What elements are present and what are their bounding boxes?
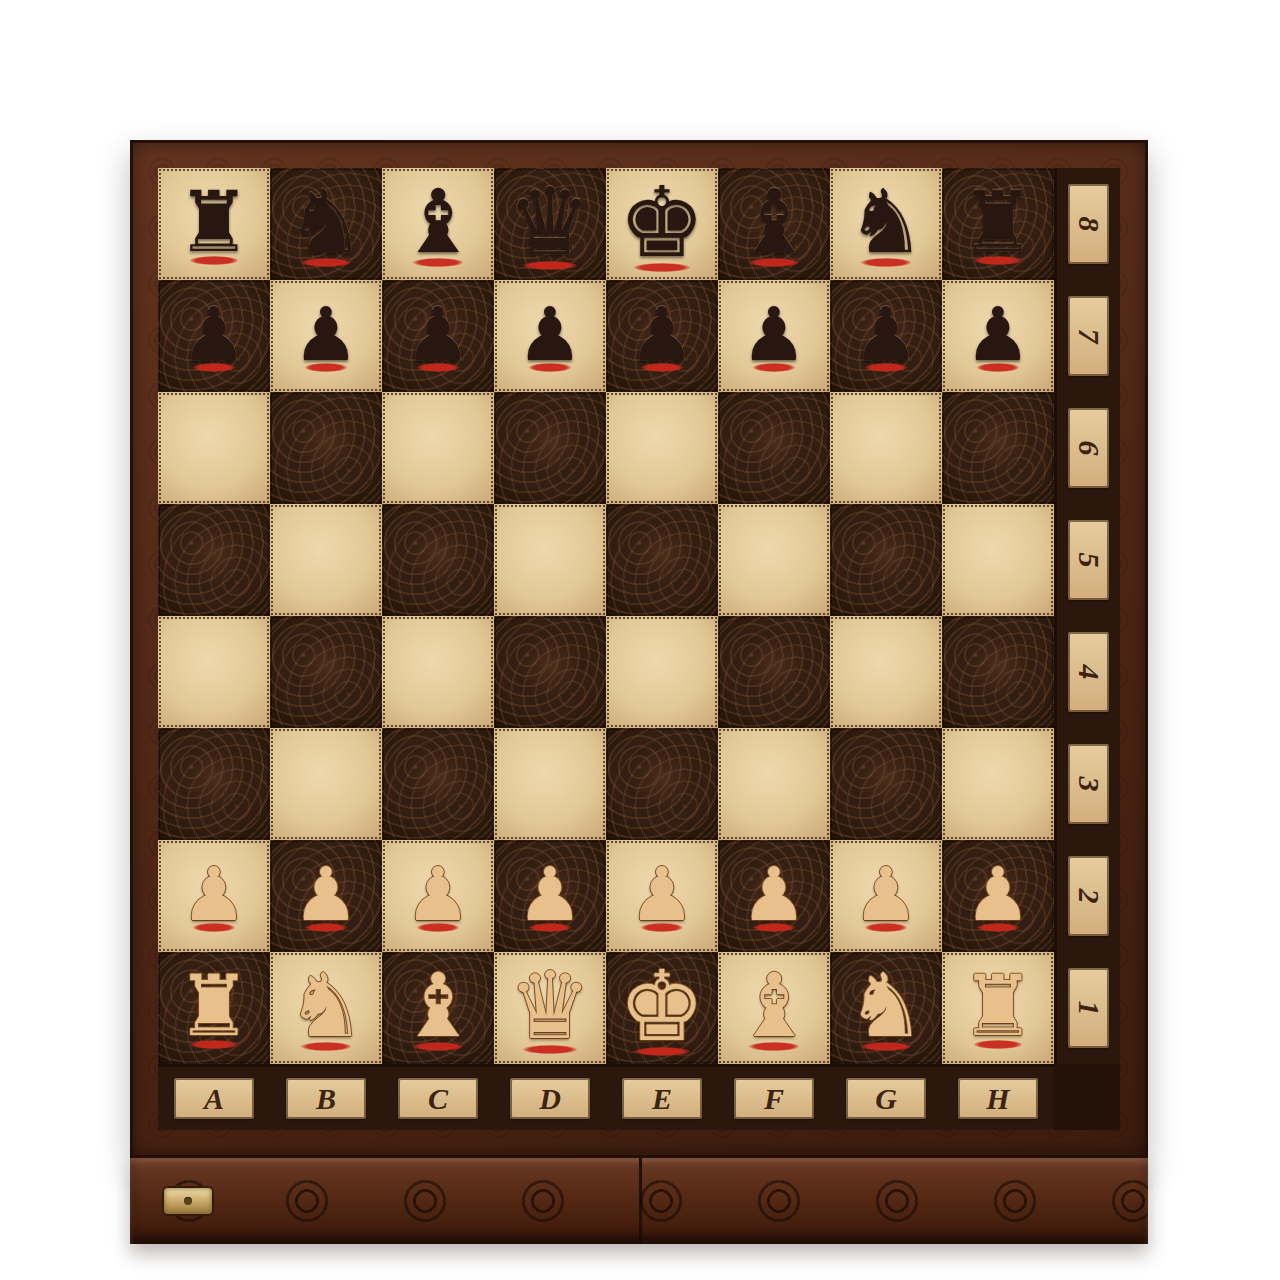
file-label-tile: C [398, 1078, 479, 1118]
square-h2[interactable]: ♟ [942, 840, 1054, 952]
square-c3[interactable] [382, 728, 494, 840]
piece-white-pawn[interactable]: ♟ [405, 857, 471, 931]
file-label-d: D [494, 1067, 606, 1130]
piece-white-knight[interactable]: ♞ [287, 962, 366, 1050]
rank-label-5: 5 [1057, 504, 1120, 616]
square-b8[interactable]: ♞ [270, 168, 382, 280]
square-g6[interactable] [830, 392, 942, 504]
piece-white-rook[interactable]: ♜ [960, 964, 1035, 1048]
square-g1[interactable]: ♞ [830, 952, 942, 1064]
square-d3[interactable] [494, 728, 606, 840]
piece-white-knight[interactable]: ♞ [847, 962, 926, 1050]
file-label-g: G [830, 1067, 942, 1130]
square-b6[interactable] [270, 392, 382, 504]
rank-label-7: 7 [1057, 280, 1120, 392]
rank-label-tile: 4 [1068, 632, 1108, 713]
square-g3[interactable] [830, 728, 942, 840]
square-e4[interactable] [606, 616, 718, 728]
file-label-f: F [718, 1067, 830, 1130]
rank-label-tile: 1 [1068, 968, 1108, 1049]
square-h5[interactable] [942, 504, 1054, 616]
square-c8[interactable]: ♝ [382, 168, 494, 280]
piece-black-rook[interactable]: ♜ [960, 180, 1035, 264]
file-label-tile: E [622, 1078, 703, 1118]
piece-white-pawn[interactable]: ♟ [517, 857, 583, 931]
file-label-tile: B [286, 1078, 367, 1118]
square-f7[interactable]: ♟ [718, 280, 830, 392]
square-d1[interactable]: ♛ [494, 952, 606, 1064]
square-e3[interactable] [606, 728, 718, 840]
piece-black-pawn[interactable]: ♟ [181, 297, 247, 371]
photo-canvas: ♜♞♝♛♚♝♞♜♟♟♟♟♟♟♟♟♟♟♟♟♟♟♟♟♜♞♝♛♚♝♞♜ 8765432… [0, 0, 1280, 1280]
rank-label-tile: 6 [1068, 408, 1108, 489]
piece-black-queen[interactable]: ♛ [508, 176, 591, 269]
square-h1[interactable]: ♜ [942, 952, 1054, 1064]
square-b7[interactable]: ♟ [270, 280, 382, 392]
piece-white-pawn[interactable]: ♟ [853, 857, 919, 931]
square-a7[interactable]: ♟ [158, 280, 270, 392]
square-f4[interactable] [718, 616, 830, 728]
square-b5[interactable] [270, 504, 382, 616]
chess-board: ♜♞♝♛♚♝♞♜♟♟♟♟♟♟♟♟♟♟♟♟♟♟♟♟♜♞♝♛♚♝♞♜ 8765432… [130, 140, 1148, 1158]
piece-black-king[interactable]: ♚ [619, 174, 706, 271]
piece-white-pawn[interactable]: ♟ [181, 857, 247, 931]
fold-seam [639, 1158, 642, 1244]
piece-black-bishop[interactable]: ♝ [399, 178, 478, 266]
square-h6[interactable] [942, 392, 1054, 504]
rank-label-2: 2 [1057, 840, 1120, 952]
piece-black-knight[interactable]: ♞ [847, 178, 926, 266]
square-h8[interactable]: ♜ [942, 168, 1054, 280]
piece-black-pawn[interactable]: ♟ [629, 297, 695, 371]
piece-black-pawn[interactable]: ♟ [517, 297, 583, 371]
square-d8[interactable]: ♛ [494, 168, 606, 280]
file-label-tile: F [734, 1078, 815, 1118]
rank-label-tile: 2 [1068, 856, 1108, 937]
square-c2[interactable]: ♟ [382, 840, 494, 952]
square-h4[interactable] [942, 616, 1054, 728]
piece-white-pawn[interactable]: ♟ [293, 857, 359, 931]
square-a5[interactable] [158, 504, 270, 616]
file-label-b: B [270, 1067, 382, 1130]
square-d6[interactable] [494, 392, 606, 504]
file-labels-band: ABCDEFGH [158, 1064, 1054, 1130]
board-inner: ♜♞♝♛♚♝♞♜♟♟♟♟♟♟♟♟♟♟♟♟♟♟♟♟♜♞♝♛♚♝♞♜ 8765432… [158, 168, 1120, 1130]
square-a6[interactable] [158, 392, 270, 504]
square-a4[interactable] [158, 616, 270, 728]
square-f3[interactable] [718, 728, 830, 840]
square-c4[interactable] [382, 616, 494, 728]
piece-black-pawn[interactable]: ♟ [293, 297, 359, 371]
square-g7[interactable]: ♟ [830, 280, 942, 392]
square-h7[interactable]: ♟ [942, 280, 1054, 392]
rank-label-tile: 8 [1068, 184, 1108, 265]
rank-labels-band: 87654321 [1054, 168, 1120, 1064]
square-d4[interactable] [494, 616, 606, 728]
square-e5[interactable] [606, 504, 718, 616]
square-a8[interactable]: ♜ [158, 168, 270, 280]
brass-clasp-icon [164, 1188, 212, 1214]
square-g2[interactable]: ♟ [830, 840, 942, 952]
piece-black-knight[interactable]: ♞ [287, 178, 366, 266]
board-squares: ♜♞♝♛♚♝♞♜♟♟♟♟♟♟♟♟♟♟♟♟♟♟♟♟♜♞♝♛♚♝♞♜ [158, 168, 1054, 1064]
file-label-tile: A [174, 1078, 255, 1118]
file-label-tile: H [958, 1078, 1039, 1118]
piece-white-pawn[interactable]: ♟ [629, 857, 695, 931]
square-c5[interactable] [382, 504, 494, 616]
square-f1[interactable]: ♝ [718, 952, 830, 1064]
rank-label-tile: 7 [1068, 296, 1108, 377]
rank-label-8: 8 [1057, 168, 1120, 280]
square-b1[interactable]: ♞ [270, 952, 382, 1064]
square-d2[interactable]: ♟ [494, 840, 606, 952]
square-c1[interactable]: ♝ [382, 952, 494, 1064]
square-e1[interactable]: ♚ [606, 952, 718, 1064]
piece-white-bishop[interactable]: ♝ [735, 962, 814, 1050]
square-e7[interactable]: ♟ [606, 280, 718, 392]
rank-label-tile: 5 [1068, 520, 1108, 601]
square-c7[interactable]: ♟ [382, 280, 494, 392]
piece-black-pawn[interactable]: ♟ [405, 297, 471, 371]
square-b4[interactable] [270, 616, 382, 728]
square-f8[interactable]: ♝ [718, 168, 830, 280]
rank-label-4: 4 [1057, 616, 1120, 728]
rank-label-3: 3 [1057, 728, 1120, 840]
square-f2[interactable]: ♟ [718, 840, 830, 952]
file-label-a: A [158, 1067, 270, 1130]
file-label-c: C [382, 1067, 494, 1130]
piece-white-pawn[interactable]: ♟ [741, 857, 807, 931]
piece-black-bishop[interactable]: ♝ [735, 178, 814, 266]
rank-label-tile: 3 [1068, 744, 1108, 825]
square-d7[interactable]: ♟ [494, 280, 606, 392]
piece-white-rook[interactable]: ♜ [176, 964, 251, 1048]
square-e8[interactable]: ♚ [606, 168, 718, 280]
piece-white-pawn[interactable]: ♟ [965, 857, 1031, 931]
file-label-h: H [942, 1067, 1054, 1130]
file-label-tile: D [510, 1078, 591, 1118]
rank-label-6: 6 [1057, 392, 1120, 504]
square-e2[interactable]: ♟ [606, 840, 718, 952]
piece-white-king[interactable]: ♚ [619, 958, 706, 1055]
rank-label-1: 1 [1057, 952, 1120, 1064]
piece-black-pawn[interactable]: ♟ [741, 297, 807, 371]
square-b3[interactable] [270, 728, 382, 840]
square-b2[interactable]: ♟ [270, 840, 382, 952]
piece-black-pawn[interactable]: ♟ [965, 297, 1031, 371]
square-h3[interactable] [942, 728, 1054, 840]
square-a2[interactable]: ♟ [158, 840, 270, 952]
square-a1[interactable]: ♜ [158, 952, 270, 1064]
file-label-tile: G [846, 1078, 927, 1118]
file-label-e: E [606, 1067, 718, 1130]
square-e6[interactable] [606, 392, 718, 504]
square-g5[interactable] [830, 504, 942, 616]
square-c6[interactable] [382, 392, 494, 504]
square-g4[interactable] [830, 616, 942, 728]
piece-white-queen[interactable]: ♛ [508, 960, 591, 1053]
piece-black-rook[interactable]: ♜ [176, 180, 251, 264]
board-front-face [130, 1158, 1148, 1244]
square-f5[interactable] [718, 504, 830, 616]
piece-white-bishop[interactable]: ♝ [399, 962, 478, 1050]
square-g8[interactable]: ♞ [830, 168, 942, 280]
square-a3[interactable] [158, 728, 270, 840]
square-f6[interactable] [718, 392, 830, 504]
board-corner [1054, 1064, 1120, 1130]
square-d5[interactable] [494, 504, 606, 616]
piece-black-pawn[interactable]: ♟ [853, 297, 919, 371]
